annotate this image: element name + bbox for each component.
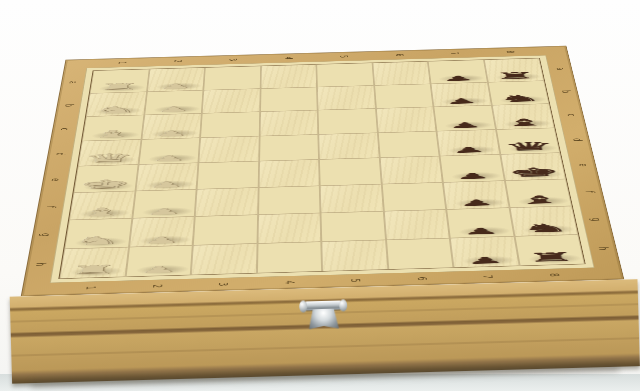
square-e6[interactable] — [379, 156, 443, 184]
piece-white-pawn[interactable]: ♟ — [159, 82, 192, 90]
square-b5[interactable] — [317, 85, 376, 110]
square-g5[interactable] — [320, 211, 385, 241]
square-e5[interactable] — [319, 158, 381, 186]
piece-black-rook[interactable]: ♜ — [492, 70, 536, 80]
piece-black-pawn[interactable]: ♟ — [445, 97, 479, 105]
square-a8[interactable]: ♜ — [484, 58, 545, 82]
square-c1[interactable]: ♝ — [82, 115, 144, 141]
square-d7[interactable]: ♟ — [436, 129, 499, 156]
square-c7[interactable]: ♟ — [433, 105, 495, 131]
square-e7[interactable]: ♟ — [440, 154, 505, 182]
piece-black-pawn[interactable]: ♟ — [455, 171, 491, 180]
square-h5[interactable] — [321, 240, 388, 272]
square-d2[interactable]: ♟ — [138, 138, 200, 165]
chess-board: 12345678 12345678 abcdefgh abcdefgh ♜♟♟♜… — [21, 46, 625, 297]
square-f7[interactable]: ♟ — [443, 180, 509, 209]
square-f2[interactable]: ♟ — [132, 189, 197, 218]
piece-white-pawn[interactable]: ♟ — [149, 180, 184, 189]
box-clasp — [302, 298, 345, 333]
square-f1[interactable]: ♝ — [69, 191, 135, 220]
square-g4[interactable] — [257, 213, 321, 243]
piece-white-knight[interactable]: ♞ — [72, 234, 122, 247]
square-g2[interactable]: ♟ — [129, 216, 195, 246]
square-b4[interactable] — [260, 87, 318, 112]
piece-white-rook[interactable]: ♜ — [97, 81, 141, 91]
square-d3[interactable] — [198, 136, 259, 163]
wood-grain-line — [11, 337, 639, 357]
square-d4[interactable] — [259, 134, 319, 161]
square-a2[interactable]: ♟ — [147, 68, 205, 92]
square-h2[interactable]: ♟ — [125, 245, 193, 277]
square-f4[interactable] — [258, 186, 321, 215]
square-b7[interactable]: ♟ — [431, 82, 492, 107]
piece-white-bishop[interactable]: ♝ — [89, 128, 135, 139]
square-c4[interactable] — [259, 110, 318, 136]
piece-white-pawn[interactable]: ♟ — [143, 235, 180, 245]
piece-white-knight[interactable]: ♞ — [93, 104, 138, 115]
piece-white-bishop[interactable]: ♝ — [77, 206, 126, 218]
piece-white-rook[interactable]: ♜ — [68, 263, 119, 276]
piece-black-pawn[interactable]: ♟ — [448, 121, 482, 129]
square-b6[interactable] — [374, 84, 434, 109]
square-h3[interactable] — [191, 243, 257, 275]
square-h7[interactable]: ♟ — [450, 236, 519, 268]
piece-black-bishop[interactable]: ♝ — [501, 117, 547, 128]
square-e1[interactable]: ♚ — [74, 164, 139, 192]
square-e8[interactable]: ♚ — [500, 153, 566, 181]
square-h6[interactable] — [386, 238, 454, 270]
piece-white-pawn[interactable]: ♟ — [140, 265, 178, 275]
square-f6[interactable] — [381, 182, 446, 211]
piece-white-pawn[interactable]: ♟ — [154, 129, 188, 137]
square-b8[interactable]: ♞ — [487, 81, 549, 106]
clasp-fan-plate — [308, 309, 339, 330]
piece-black-rook[interactable]: ♜ — [525, 250, 577, 263]
piece-black-pawn[interactable]: ♟ — [466, 255, 504, 265]
piece-white-queen[interactable]: ♛ — [82, 152, 135, 165]
clasp-right-rivet — [339, 299, 347, 311]
square-c5[interactable] — [318, 108, 378, 134]
square-d6[interactable] — [377, 131, 439, 158]
square-f5[interactable] — [320, 184, 384, 213]
square-d8[interactable]: ♛ — [496, 128, 561, 155]
piece-black-pawn[interactable]: ♟ — [462, 226, 499, 236]
piece-white-pawn[interactable]: ♟ — [146, 207, 182, 216]
square-e2[interactable]: ♟ — [135, 163, 198, 191]
piece-black-king[interactable]: ♚ — [506, 165, 561, 178]
piece-white-pawn[interactable]: ♟ — [157, 105, 190, 113]
square-h1[interactable]: ♜ — [59, 247, 128, 279]
square-g3[interactable] — [193, 215, 258, 245]
square-c2[interactable]: ♟ — [141, 113, 202, 139]
piece-black-pawn[interactable]: ♟ — [442, 74, 475, 82]
piece-black-knight[interactable]: ♞ — [497, 93, 542, 103]
square-c8[interactable]: ♝ — [491, 104, 554, 130]
piece-black-pawn[interactable]: ♟ — [451, 146, 486, 154]
square-e3[interactable] — [197, 161, 259, 189]
piece-black-bishop[interactable]: ♝ — [515, 194, 564, 206]
square-g7[interactable]: ♟ — [446, 208, 514, 238]
clasp-left-rivet — [299, 300, 307, 312]
square-f3[interactable] — [195, 187, 258, 216]
square-b2[interactable]: ♟ — [144, 90, 204, 115]
square-f8[interactable]: ♝ — [504, 179, 572, 208]
square-d5[interactable] — [318, 133, 379, 160]
square-h4[interactable] — [256, 241, 322, 273]
square-c6[interactable] — [376, 107, 437, 133]
square-a1[interactable]: ♜ — [90, 69, 149, 93]
square-b1[interactable]: ♞ — [86, 92, 147, 117]
square-d1[interactable]: ♛ — [78, 139, 141, 166]
square-b3[interactable] — [202, 88, 260, 113]
square-h8[interactable]: ♜ — [514, 234, 585, 265]
squares-grid: ♜♟♟♜♞♟♟♞♝♟♟♝♛♟♟♛♚♟♟♚♝♟♟♝♞♟♟♞♜♟♟♜ — [59, 58, 584, 278]
chess-set-photo: 12345678 12345678 abcdefgh abcdefgh ♜♟♟♜… — [0, 0, 640, 391]
piece-white-king[interactable]: ♚ — [78, 177, 132, 190]
square-e4[interactable] — [258, 159, 320, 187]
piece-white-pawn[interactable]: ♟ — [151, 154, 186, 163]
square-a6[interactable] — [372, 61, 431, 85]
square-g6[interactable] — [383, 209, 449, 239]
piece-black-pawn[interactable]: ♟ — [459, 198, 496, 207]
piece-black-knight[interactable]: ♞ — [520, 221, 570, 234]
square-a5[interactable] — [316, 63, 373, 87]
square-a7[interactable]: ♟ — [428, 60, 488, 84]
square-a4[interactable] — [260, 65, 317, 89]
piece-black-queen[interactable]: ♛ — [502, 140, 556, 153]
square-a3[interactable] — [203, 66, 260, 90]
folding-chess-set: 12345678 12345678 abcdefgh abcdefgh ♜♟♟♜… — [0, 0, 640, 391]
square-c3[interactable] — [200, 112, 260, 138]
square-g1[interactable]: ♞ — [64, 218, 132, 248]
square-g8[interactable]: ♞ — [509, 206, 578, 236]
